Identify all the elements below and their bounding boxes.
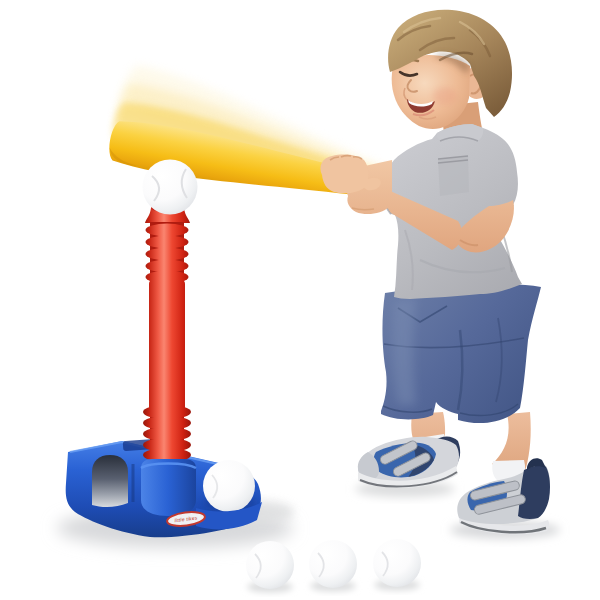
floor-balls xyxy=(246,539,421,589)
tee-post xyxy=(143,204,191,472)
floor-ball xyxy=(373,539,421,587)
top-hand xyxy=(320,155,368,194)
tee-ball xyxy=(143,160,198,215)
floor-ball xyxy=(246,541,294,589)
ball-in-tray xyxy=(203,460,255,512)
ball-on-tee xyxy=(143,160,198,215)
tee-rib xyxy=(146,224,189,237)
chest-pocket xyxy=(438,156,469,196)
head xyxy=(388,10,512,129)
front-shoe xyxy=(358,437,460,488)
boy xyxy=(320,10,550,535)
tball-photo-svg: little tikes xyxy=(0,0,600,600)
tee-rib xyxy=(146,236,189,249)
product-photo-scene: little tikes xyxy=(0,0,600,600)
tee-column xyxy=(149,280,185,412)
base-arch-cutout xyxy=(92,455,128,507)
floor-ball xyxy=(309,540,357,588)
shorts-highlight xyxy=(392,298,416,405)
base-post-socket xyxy=(141,459,196,516)
cheek-blush xyxy=(433,87,457,105)
tee-rib xyxy=(146,248,189,261)
shorts xyxy=(381,284,541,423)
